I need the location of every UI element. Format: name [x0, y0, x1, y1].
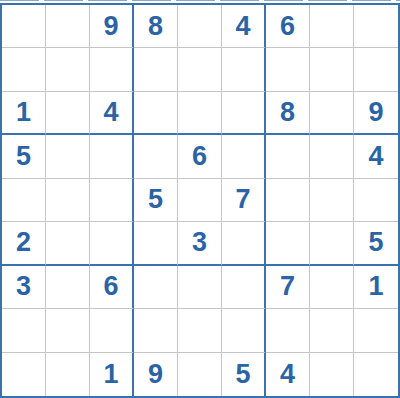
cell-r3c8[interactable]: [310, 92, 354, 135]
cell-r4c7[interactable]: [266, 135, 310, 178]
cell-r5c5[interactable]: [178, 179, 222, 222]
cell-r6c3[interactable]: [90, 222, 134, 265]
cell-r7c8[interactable]: [310, 266, 354, 309]
given-digit: 1: [368, 273, 383, 300]
cell-r1c6: 4: [222, 5, 266, 48]
cell-r2c1[interactable]: [2, 48, 46, 91]
cell-r7c6[interactable]: [222, 266, 266, 309]
cell-r3c1: 1: [2, 92, 46, 135]
cell-r9c3: 1: [90, 353, 134, 396]
cell-r3c3: 4: [90, 92, 134, 135]
cell-r9c5[interactable]: [178, 353, 222, 396]
cell-r8c4[interactable]: [134, 309, 178, 352]
cell-r9c2[interactable]: [46, 353, 90, 396]
cell-r7c3: 6: [90, 266, 134, 309]
cell-r4c5: 6: [178, 135, 222, 178]
cell-r1c2[interactable]: [46, 5, 90, 48]
cell-r4c3[interactable]: [90, 135, 134, 178]
cell-r8c2[interactable]: [46, 309, 90, 352]
cell-r4c2[interactable]: [46, 135, 90, 178]
cell-r6c7[interactable]: [266, 222, 310, 265]
given-digit: 2: [16, 229, 31, 256]
sudoku-screenshot: 984614895645723536711954: [0, 0, 400, 398]
given-digit: 3: [16, 273, 31, 300]
given-digit: 6: [103, 273, 118, 300]
given-digit: 5: [368, 229, 383, 256]
given-digit: 8: [280, 99, 295, 126]
cell-r3c5[interactable]: [178, 92, 222, 135]
given-digit: 5: [235, 361, 250, 388]
cell-r8c7[interactable]: [266, 309, 310, 352]
given-digit: 7: [280, 273, 295, 300]
given-digit: 1: [103, 361, 118, 388]
cell-r9c6: 5: [222, 353, 266, 396]
given-digit: 9: [368, 99, 383, 126]
cell-r6c4[interactable]: [134, 222, 178, 265]
given-digit: 8: [148, 13, 163, 40]
cell-r1c1[interactable]: [2, 5, 46, 48]
given-digit: 5: [16, 143, 31, 170]
given-digit: 4: [368, 143, 383, 170]
cell-r8c6[interactable]: [222, 309, 266, 352]
given-digit: 4: [280, 361, 295, 388]
cell-r2c4[interactable]: [134, 48, 178, 91]
cell-r5c6: 7: [222, 179, 266, 222]
given-digit: 1: [16, 99, 31, 126]
cell-r5c2[interactable]: [46, 179, 90, 222]
cell-r5c9[interactable]: [354, 179, 398, 222]
cell-r8c9[interactable]: [354, 309, 398, 352]
cell-r5c8[interactable]: [310, 179, 354, 222]
cell-r2c9[interactable]: [354, 48, 398, 91]
cell-r5c7[interactable]: [266, 179, 310, 222]
cell-r3c4[interactable]: [134, 92, 178, 135]
cell-r5c1[interactable]: [2, 179, 46, 222]
cell-r4c4[interactable]: [134, 135, 178, 178]
cell-r1c3: 9: [90, 5, 134, 48]
cell-r7c7: 7: [266, 266, 310, 309]
cell-r7c5[interactable]: [178, 266, 222, 309]
cell-r6c6[interactable]: [222, 222, 266, 265]
cell-r3c9: 9: [354, 92, 398, 135]
given-digit: 6: [280, 13, 295, 40]
cell-r6c5: 3: [178, 222, 222, 265]
cell-r2c5[interactable]: [178, 48, 222, 91]
given-digit: 6: [192, 143, 207, 170]
cell-r3c6[interactable]: [222, 92, 266, 135]
cell-r8c5[interactable]: [178, 309, 222, 352]
cell-r2c8[interactable]: [310, 48, 354, 91]
cell-r8c1[interactable]: [2, 309, 46, 352]
cell-r6c1: 2: [2, 222, 46, 265]
given-digit: 3: [192, 229, 207, 256]
cell-r7c9: 1: [354, 266, 398, 309]
cell-r9c9[interactable]: [354, 353, 398, 396]
cell-r6c2[interactable]: [46, 222, 90, 265]
cell-r4c8[interactable]: [310, 135, 354, 178]
given-digit: 9: [148, 361, 163, 388]
cell-r4c9: 4: [354, 135, 398, 178]
cell-r1c5[interactable]: [178, 5, 222, 48]
cell-r9c8[interactable]: [310, 353, 354, 396]
cell-r3c2[interactable]: [46, 92, 90, 135]
cell-r4c1: 5: [2, 135, 46, 178]
cell-r7c4[interactable]: [134, 266, 178, 309]
cell-r2c7[interactable]: [266, 48, 310, 91]
cell-r2c2[interactable]: [46, 48, 90, 91]
cell-r7c1: 3: [2, 266, 46, 309]
cell-r9c1[interactable]: [2, 353, 46, 396]
cell-r8c8[interactable]: [310, 309, 354, 352]
given-digit: 9: [103, 13, 118, 40]
cell-r9c4: 9: [134, 353, 178, 396]
cell-r5c3[interactable]: [90, 179, 134, 222]
cell-r1c7: 6: [266, 5, 310, 48]
sudoku-board: 984614895645723536711954: [0, 3, 400, 398]
given-digit: 7: [235, 186, 250, 213]
cell-r6c8[interactable]: [310, 222, 354, 265]
cell-r3c7: 8: [266, 92, 310, 135]
cell-r2c6[interactable]: [222, 48, 266, 91]
cell-r9c7: 4: [266, 353, 310, 396]
cell-r4c6[interactable]: [222, 135, 266, 178]
cell-r6c9: 5: [354, 222, 398, 265]
cell-r2c3[interactable]: [90, 48, 134, 91]
cell-r8c3[interactable]: [90, 309, 134, 352]
given-digit: 5: [148, 186, 163, 213]
cell-r1c4: 8: [134, 5, 178, 48]
cell-r5c4: 5: [134, 179, 178, 222]
cell-r1c9[interactable]: [354, 5, 398, 48]
cell-r7c2[interactable]: [46, 266, 90, 309]
cell-r1c8[interactable]: [310, 5, 354, 48]
given-digit: 4: [103, 99, 118, 126]
given-digit: 4: [235, 13, 250, 40]
